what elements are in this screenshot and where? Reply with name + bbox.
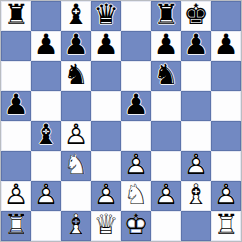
white-bishop-outline-icon: ♗	[63, 211, 88, 239]
square-g6[interactable]	[181, 61, 211, 91]
white-pawn[interactable]: ♟♙	[61, 121, 91, 151]
white-bishop[interactable]: ♝♗	[61, 211, 91, 241]
white-pawn[interactable]: ♟♙	[181, 151, 211, 181]
square-h3[interactable]	[211, 151, 241, 181]
square-f3[interactable]	[151, 151, 181, 181]
white-bishop[interactable]: ♝♗	[181, 181, 211, 211]
white-pawn-outline-icon: ♙	[183, 151, 208, 179]
square-a6[interactable]	[1, 61, 31, 91]
black-knight-icon: ♞	[153, 61, 178, 89]
chess-board[interactable]: ♜♝♛♜♚♟♟♟♟♟♟♞♞♟♟♝♟♙♞♘♟♙♟♙♟♙♟♙♟♙♞♘♟♙♝♗♟♙♜♖…	[0, 0, 242, 242]
white-pawn[interactable]: ♟♙	[211, 181, 241, 211]
white-king-outline-icon: ♔	[123, 211, 148, 239]
square-g2[interactable]: ♝♗	[181, 181, 211, 211]
black-pawn-icon: ♟	[213, 31, 238, 59]
square-g5[interactable]	[181, 91, 211, 121]
square-d1[interactable]: ♛♕	[91, 211, 121, 241]
square-a4[interactable]	[1, 121, 31, 151]
square-e6[interactable]	[121, 61, 151, 91]
square-g8[interactable]: ♚	[181, 1, 211, 31]
square-a3[interactable]	[1, 151, 31, 181]
square-d8[interactable]: ♛	[91, 1, 121, 31]
square-h5[interactable]	[211, 91, 241, 121]
black-pawn-icon: ♟	[3, 91, 28, 119]
square-b6[interactable]	[31, 61, 61, 91]
white-rook-outline-icon: ♖	[3, 211, 28, 239]
square-b2[interactable]: ♟♙	[31, 181, 61, 211]
black-bishop[interactable]: ♝	[31, 121, 61, 151]
black-queen-icon: ♛	[93, 1, 118, 29]
square-d2[interactable]: ♟♙	[91, 181, 121, 211]
white-knight-outline-icon: ♘	[63, 151, 88, 179]
white-rook[interactable]: ♜♖	[1, 211, 31, 241]
square-f6[interactable]: ♞	[151, 61, 181, 91]
black-knight[interactable]: ♞	[61, 61, 91, 91]
black-rook-icon: ♜	[3, 1, 28, 29]
square-c4[interactable]: ♟♙	[61, 121, 91, 151]
square-b7[interactable]: ♟	[31, 31, 61, 61]
square-b4[interactable]: ♝	[31, 121, 61, 151]
square-d7[interactable]: ♟	[91, 31, 121, 61]
black-rook[interactable]: ♜	[1, 1, 31, 31]
white-pawn[interactable]: ♟♙	[31, 181, 61, 211]
white-pawn-outline-icon: ♙	[33, 181, 58, 209]
black-pawn-icon: ♟	[93, 31, 118, 59]
white-bishop-outline-icon: ♗	[183, 181, 208, 209]
square-h2[interactable]: ♟♙	[211, 181, 241, 211]
square-e2[interactable]: ♞♘	[121, 181, 151, 211]
white-pawn[interactable]: ♟♙	[1, 181, 31, 211]
black-king[interactable]: ♚	[181, 1, 211, 31]
black-queen[interactable]: ♛	[91, 1, 121, 31]
black-rook[interactable]: ♜	[151, 1, 181, 31]
white-rook-outline-icon: ♖	[213, 211, 238, 239]
square-h4[interactable]	[211, 121, 241, 151]
square-d3[interactable]	[91, 151, 121, 181]
square-e3[interactable]: ♟♙	[121, 151, 151, 181]
square-e8[interactable]	[121, 1, 151, 31]
black-pawn[interactable]: ♟	[31, 31, 61, 61]
square-g4[interactable]	[181, 121, 211, 151]
square-h1[interactable]: ♜♖	[211, 211, 241, 241]
square-f5[interactable]	[151, 91, 181, 121]
white-king[interactable]: ♚♔	[121, 211, 151, 241]
square-b1[interactable]	[31, 211, 61, 241]
square-a2[interactable]: ♟♙	[1, 181, 31, 211]
square-a5[interactable]: ♟	[1, 91, 31, 121]
white-queen-outline-icon: ♕	[93, 211, 118, 239]
white-pawn-outline-icon: ♙	[123, 151, 148, 179]
white-pawn-outline-icon: ♙	[153, 181, 178, 209]
black-rook-icon: ♜	[153, 1, 178, 29]
square-b5[interactable]	[31, 91, 61, 121]
black-pawn[interactable]: ♟	[91, 31, 121, 61]
white-pawn[interactable]: ♟♙	[151, 181, 181, 211]
black-pawn-icon: ♟	[63, 31, 88, 59]
black-pawn[interactable]: ♟	[181, 31, 211, 61]
black-pawn[interactable]: ♟	[1, 91, 31, 121]
black-bishop-icon: ♝	[63, 1, 88, 29]
square-c1[interactable]: ♝♗	[61, 211, 91, 241]
black-pawn[interactable]: ♟	[61, 31, 91, 61]
square-f1[interactable]	[151, 211, 181, 241]
square-g3[interactable]: ♟♙	[181, 151, 211, 181]
square-f4[interactable]	[151, 121, 181, 151]
square-e5[interactable]: ♟	[121, 91, 151, 121]
square-h6[interactable]	[211, 61, 241, 91]
square-c7[interactable]: ♟	[61, 31, 91, 61]
square-h7[interactable]: ♟	[211, 31, 241, 61]
square-b8[interactable]	[31, 1, 61, 31]
black-pawn-icon: ♟	[183, 31, 208, 59]
square-c6[interactable]: ♞	[61, 61, 91, 91]
black-pawn-icon: ♟	[123, 91, 148, 119]
square-e4[interactable]	[121, 121, 151, 151]
square-d4[interactable]	[91, 121, 121, 151]
white-pawn[interactable]: ♟♙	[121, 151, 151, 181]
black-pawn[interactable]: ♟	[211, 31, 241, 61]
square-c5[interactable]	[61, 91, 91, 121]
square-a7[interactable]	[1, 31, 31, 61]
square-g1[interactable]	[181, 211, 211, 241]
black-bishop-icon: ♝	[33, 121, 58, 149]
black-knight[interactable]: ♞	[151, 61, 181, 91]
black-pawn[interactable]: ♟	[121, 91, 151, 121]
square-a8[interactable]: ♜	[1, 1, 31, 31]
black-bishop[interactable]: ♝	[61, 1, 91, 31]
square-h8[interactable]	[211, 1, 241, 31]
black-pawn-icon: ♟	[33, 31, 58, 59]
square-b3[interactable]	[31, 151, 61, 181]
white-pawn-outline-icon: ♙	[63, 121, 88, 149]
white-pawn-outline-icon: ♙	[213, 181, 238, 209]
square-g7[interactable]: ♟	[181, 31, 211, 61]
white-pawn-outline-icon: ♙	[3, 181, 28, 209]
white-knight[interactable]: ♞♘	[61, 151, 91, 181]
white-knight-outline-icon: ♘	[123, 181, 148, 209]
square-f8[interactable]: ♜	[151, 1, 181, 31]
square-d5[interactable]	[91, 91, 121, 121]
square-f2[interactable]: ♟♙	[151, 181, 181, 211]
white-rook[interactable]: ♜♖	[211, 211, 241, 241]
square-e7[interactable]	[121, 31, 151, 61]
square-f7[interactable]: ♟	[151, 31, 181, 61]
black-knight-icon: ♞	[63, 61, 88, 89]
square-a1[interactable]: ♜♖	[1, 211, 31, 241]
square-d6[interactable]	[91, 61, 121, 91]
white-knight[interactable]: ♞♘	[121, 181, 151, 211]
square-c8[interactable]: ♝	[61, 1, 91, 31]
square-e1[interactable]: ♚♔	[121, 211, 151, 241]
square-c3[interactable]: ♞♘	[61, 151, 91, 181]
square-c2[interactable]	[61, 181, 91, 211]
black-pawn-icon: ♟	[153, 31, 178, 59]
white-pawn[interactable]: ♟♙	[91, 181, 121, 211]
white-pawn-outline-icon: ♙	[93, 181, 118, 209]
black-pawn[interactable]: ♟	[151, 31, 181, 61]
black-king-icon: ♚	[183, 1, 208, 29]
white-queen[interactable]: ♛♕	[91, 211, 121, 241]
